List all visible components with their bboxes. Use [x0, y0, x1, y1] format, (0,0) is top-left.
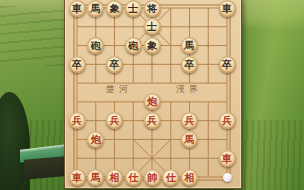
piece-black-0-0[interactable]: 車 [69, 0, 86, 17]
piece-black-1-0[interactable]: 馬 [87, 0, 104, 17]
piece-red-8-6[interactable]: 兵 [219, 112, 236, 129]
xiangqi-board[interactable]: 楚河 漢界 車馬象士将車士砲砲象馬卒卒卒卒炮兵兵兵兵兵炮馬車車馬相仕帥仕相 [64, 0, 242, 189]
background-terraces [0, 6, 70, 66]
piece-red-6-9[interactable]: 相 [181, 169, 198, 186]
piece-red-3-9[interactable]: 仕 [125, 169, 142, 186]
piece-black-4-0[interactable]: 将 [144, 0, 161, 17]
piece-black-3-0[interactable]: 士 [125, 0, 142, 17]
piece-red-2-9[interactable]: 相 [106, 169, 123, 186]
game-scene: 楚河 漢界 車馬象士将車士砲砲象馬卒卒卒卒炮兵兵兵兵兵炮馬車車馬相仕帥仕相 [0, 0, 304, 190]
piece-black-8-3[interactable]: 卒 [219, 56, 236, 73]
piece-black-2-0[interactable]: 象 [106, 0, 123, 17]
piece-black-8-0[interactable]: 車 [219, 0, 236, 17]
piece-black-3-2[interactable]: 砲 [125, 37, 142, 54]
piece-red-0-6[interactable]: 兵 [69, 112, 86, 129]
last-move-origin-marker [223, 173, 232, 182]
piece-black-6-3[interactable]: 卒 [181, 56, 198, 73]
piece-black-6-2[interactable]: 馬 [181, 37, 198, 54]
background-hut-wall [24, 156, 64, 179]
river-label-left: 楚河 [96, 83, 142, 96]
piece-black-4-2[interactable]: 象 [144, 37, 161, 54]
piece-black-4-1[interactable]: 士 [144, 18, 161, 35]
piece-red-5-9[interactable]: 仕 [162, 169, 179, 186]
piece-red-1-9[interactable]: 馬 [87, 169, 104, 186]
piece-red-0-9[interactable]: 車 [69, 169, 86, 186]
piece-black-0-3[interactable]: 卒 [69, 56, 86, 73]
piece-red-6-7[interactable]: 馬 [181, 131, 198, 148]
piece-red-4-9[interactable]: 帥 [144, 169, 161, 186]
river-label-right: 漢界 [166, 83, 212, 96]
piece-red-8-8[interactable]: 車 [219, 150, 236, 167]
piece-red-4-6[interactable]: 兵 [144, 112, 161, 129]
piece-black-2-3[interactable]: 卒 [106, 56, 123, 73]
piece-red-4-5[interactable]: 炮 [144, 93, 161, 110]
